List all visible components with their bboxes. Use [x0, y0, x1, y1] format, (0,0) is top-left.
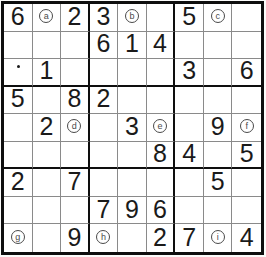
given-digit: 6: [153, 197, 167, 222]
cell-r7c7[interactable]: [175, 169, 204, 197]
cell-r3c6[interactable]: [147, 59, 176, 87]
cell-r8c6[interactable]: 6: [147, 197, 176, 225]
cell-r9c8[interactable]: i: [204, 224, 233, 252]
given-digit: 5: [211, 169, 225, 194]
circled-letter-d: d: [67, 119, 81, 133]
given-digit: 1: [125, 31, 139, 56]
circled-letter-a: a: [39, 9, 53, 23]
cell-r6c7[interactable]: 4: [175, 142, 204, 170]
cell-r6c5[interactable]: [118, 142, 147, 170]
given-digit: 9: [125, 197, 139, 222]
cell-r8c5[interactable]: 9: [118, 197, 147, 225]
given-digit: 3: [182, 58, 196, 83]
given-digit: 7: [67, 169, 81, 194]
cell-r5c3[interactable]: d: [61, 114, 90, 142]
cell-r4c6[interactable]: [147, 87, 176, 115]
circled-letter-i: i: [211, 230, 225, 244]
given-digit: 6: [240, 58, 254, 83]
cell-r9c6[interactable]: 2: [147, 224, 176, 252]
cell-r6c3[interactable]: [61, 142, 90, 170]
cell-r2c5[interactable]: 1: [118, 32, 147, 60]
cell-r2c9[interactable]: [232, 32, 261, 60]
cell-r7c5[interactable]: [118, 169, 147, 197]
cell-r8c1[interactable]: [4, 197, 33, 225]
cell-r8c9[interactable]: [232, 197, 261, 225]
given-digit: 9: [211, 114, 225, 139]
cell-r8c4[interactable]: 7: [90, 197, 119, 225]
given-digit: 8: [67, 86, 81, 111]
cell-r6c8[interactable]: [204, 142, 233, 170]
cell-r5c4[interactable]: [90, 114, 119, 142]
given-digit: 5: [240, 141, 254, 166]
cell-r4c5[interactable]: [118, 87, 147, 115]
cell-r7c6[interactable]: [147, 169, 176, 197]
cell-r3c8[interactable]: [204, 59, 233, 87]
cell-r9c3[interactable]: 9: [61, 224, 90, 252]
cell-r4c7[interactable]: [175, 87, 204, 115]
cell-r5c5[interactable]: 3: [118, 114, 147, 142]
cell-r3c1[interactable]: [4, 59, 33, 87]
cell-r3c5[interactable]: [118, 59, 147, 87]
given-digit: 6: [96, 31, 110, 56]
cell-r7c4[interactable]: [90, 169, 119, 197]
cell-r2c1[interactable]: [4, 32, 33, 60]
cell-r6c2[interactable]: [33, 142, 62, 170]
cell-r8c2[interactable]: [33, 197, 62, 225]
cell-r5c9[interactable]: f: [232, 114, 261, 142]
given-digit: 3: [96, 4, 110, 29]
cell-r2c8[interactable]: [204, 32, 233, 60]
cell-r2c3[interactable]: [61, 32, 90, 60]
given-digit: 2: [153, 225, 167, 250]
cell-r3c3[interactable]: [61, 59, 90, 87]
cell-r1c7[interactable]: 5: [175, 4, 204, 32]
cell-r1c3[interactable]: 2: [61, 4, 90, 32]
cell-r4c3[interactable]: 8: [61, 87, 90, 115]
given-digit: 2: [67, 4, 81, 29]
cell-r4c1[interactable]: 5: [4, 87, 33, 115]
cell-r9c9[interactable]: 4: [232, 224, 261, 252]
cell-r8c7[interactable]: [175, 197, 204, 225]
cell-r3c7[interactable]: 3: [175, 59, 204, 87]
given-digit: 7: [182, 225, 196, 250]
cell-r5c6[interactable]: e: [147, 114, 176, 142]
cell-r2c4[interactable]: 6: [90, 32, 119, 60]
cell-r7c3[interactable]: 7: [61, 169, 90, 197]
cell-r3c4[interactable]: [90, 59, 119, 87]
cell-r9c5[interactable]: [118, 224, 147, 252]
sudoku-board: 6a23b5c6141365822d3e9f845275796g9h27i4: [1, 1, 264, 255]
cell-r5c2[interactable]: 2: [33, 114, 62, 142]
cell-r9c2[interactable]: [33, 224, 62, 252]
cell-r4c9[interactable]: [232, 87, 261, 115]
circled-letter-h: h: [96, 230, 110, 244]
circled-letter-b: b: [125, 9, 139, 23]
cell-r7c8[interactable]: 5: [204, 169, 233, 197]
circled-letter-e: e: [153, 119, 167, 133]
cell-r5c1[interactable]: [4, 114, 33, 142]
cell-r2c2[interactable]: [33, 32, 62, 60]
cell-r6c9[interactable]: 5: [232, 142, 261, 170]
cell-r9c1[interactable]: g: [4, 224, 33, 252]
cell-r5c8[interactable]: 9: [204, 114, 233, 142]
cell-r1c9[interactable]: [232, 4, 261, 32]
cell-r1c6[interactable]: [147, 4, 176, 32]
cell-r1c5[interactable]: b: [118, 4, 147, 32]
cell-r2c6[interactable]: 4: [147, 32, 176, 60]
cell-r1c1[interactable]: 6: [4, 4, 33, 32]
given-digit: 7: [96, 197, 110, 222]
given-digit: 5: [182, 4, 196, 29]
cell-r7c1[interactable]: 2: [4, 169, 33, 197]
cell-r4c4[interactable]: 2: [90, 87, 119, 115]
circled-letter-c: c: [211, 9, 225, 23]
cell-r9c7[interactable]: 7: [175, 224, 204, 252]
cell-r2c7[interactable]: [175, 32, 204, 60]
cell-r8c3[interactable]: [61, 197, 90, 225]
cell-r3c2[interactable]: 1: [33, 59, 62, 87]
given-digit: 4: [240, 225, 254, 250]
cell-r1c8[interactable]: c: [204, 4, 233, 32]
cell-r6c4[interactable]: [90, 142, 119, 170]
cell-r6c1[interactable]: [4, 142, 33, 170]
cell-r8c8[interactable]: [204, 197, 233, 225]
cell-r1c4[interactable]: 3: [90, 4, 119, 32]
given-digit: 1: [39, 58, 53, 83]
given-digit: 2: [11, 169, 25, 194]
given-digit: 2: [96, 86, 110, 111]
given-digit: 3: [125, 114, 139, 139]
given-digit: 5: [11, 86, 25, 111]
cell-r7c2[interactable]: [33, 169, 62, 197]
cell-r7c9[interactable]: [232, 169, 261, 197]
given-digit: 2: [39, 114, 53, 139]
cell-r6c6[interactable]: 8: [147, 142, 176, 170]
given-digit: 4: [153, 31, 167, 56]
given-digit: 6: [11, 4, 25, 29]
cell-r4c2[interactable]: [33, 87, 62, 115]
given-digit: 9: [67, 225, 81, 250]
cell-r3c9[interactable]: 6: [232, 59, 261, 87]
circled-letter-g: g: [11, 230, 25, 244]
cell-r5c7[interactable]: [175, 114, 204, 142]
cell-r4c8[interactable]: [204, 87, 233, 115]
cell-r1c2[interactable]: a: [33, 4, 62, 32]
cell-r9c4[interactable]: h: [90, 224, 119, 252]
stray-dot-mark: [17, 65, 20, 68]
given-digit: 8: [153, 141, 167, 166]
given-digit: 4: [182, 141, 196, 166]
circled-letter-f: f: [240, 119, 254, 133]
